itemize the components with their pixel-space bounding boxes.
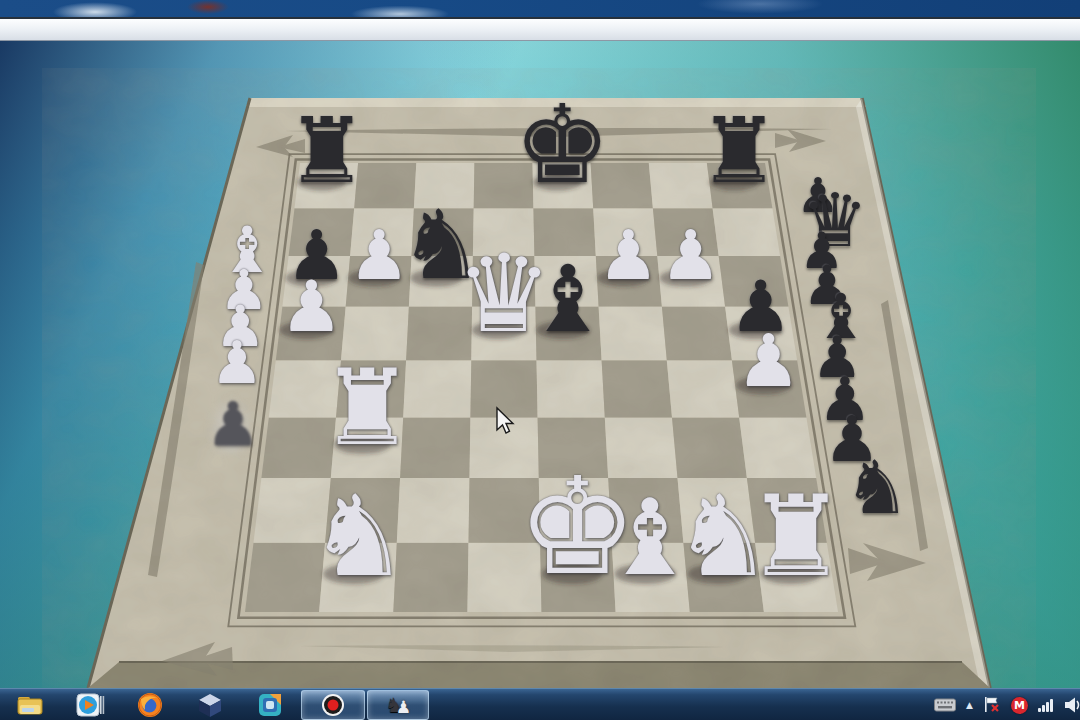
taskbar-explorer-button[interactable] (13, 691, 47, 719)
captured-black-knight-8[interactable]: ♞ (844, 450, 910, 524)
taskbar-vmware-button[interactable] (253, 691, 287, 719)
captured-white-pawn-3[interactable]: ♟ (211, 333, 264, 392)
virtualbox-icon (196, 691, 224, 719)
windows-taskbar: ♞ ♟ ▲ (0, 688, 1080, 720)
action-center-flag-icon[interactable] (983, 696, 1001, 714)
piece-black-king-e8[interactable]: ♚ (514, 91, 611, 199)
piece-white-rook-b3[interactable]: ♜ (321, 356, 415, 461)
touch-keyboard-icon[interactable] (934, 698, 956, 712)
taskbar-recorder-button[interactable] (301, 690, 365, 720)
vmware-icon (256, 691, 284, 719)
network-signal-icon[interactable] (1038, 698, 1054, 712)
piece-white-queen-d5[interactable]: ♛ (456, 240, 552, 347)
taskbar-media-player-button[interactable] (73, 691, 107, 719)
taskbar-chess-titans-button[interactable]: ♞ ♟ (367, 690, 429, 720)
mega-letter: M (1014, 699, 1025, 712)
piece-white-pawn-b6[interactable]: ♟ (348, 221, 409, 289)
error-x-badge (992, 705, 998, 711)
captured-white-pawn-4[interactable]: ♟ (206, 394, 260, 454)
volume-icon[interactable] (1064, 696, 1080, 714)
show-hidden-icons-button[interactable]: ▲ (966, 700, 973, 710)
desktop-wallpaper-strip (0, 0, 1080, 17)
system-tray: ▲ M (929, 689, 1080, 720)
taskbar-firefox-button[interactable] (133, 691, 167, 719)
piece-black-rook-h8[interactable]: ♜ (699, 106, 780, 197)
piece-white-pawn-h4[interactable]: ♟ (736, 325, 801, 398)
mega-tray-icon[interactable]: M (1011, 697, 1028, 714)
piece-black-rook-a8[interactable]: ♜ (286, 106, 367, 197)
mouse-cursor (494, 406, 516, 436)
screen: ♜♚♜♟♞♝♟♟♟♟♟♛♟♜♞♚♝♞♜♝♟♟♟♟♟♛♟♟♝♟♟♟♞ (0, 0, 1080, 720)
record-icon (320, 692, 346, 718)
piece-white-pawn-a5[interactable]: ♟ (280, 272, 343, 342)
piece-white-rook-h1[interactable]: ♜ (746, 479, 846, 591)
media-player-icon (75, 692, 105, 718)
piece-white-knight-b1[interactable]: ♞ (308, 479, 408, 591)
firefox-icon (136, 691, 164, 719)
piece-white-pawn-g6[interactable]: ♟ (660, 221, 721, 289)
taskbar-virtualbox-button[interactable] (193, 691, 227, 719)
window-chrome-bar (0, 17, 1080, 41)
